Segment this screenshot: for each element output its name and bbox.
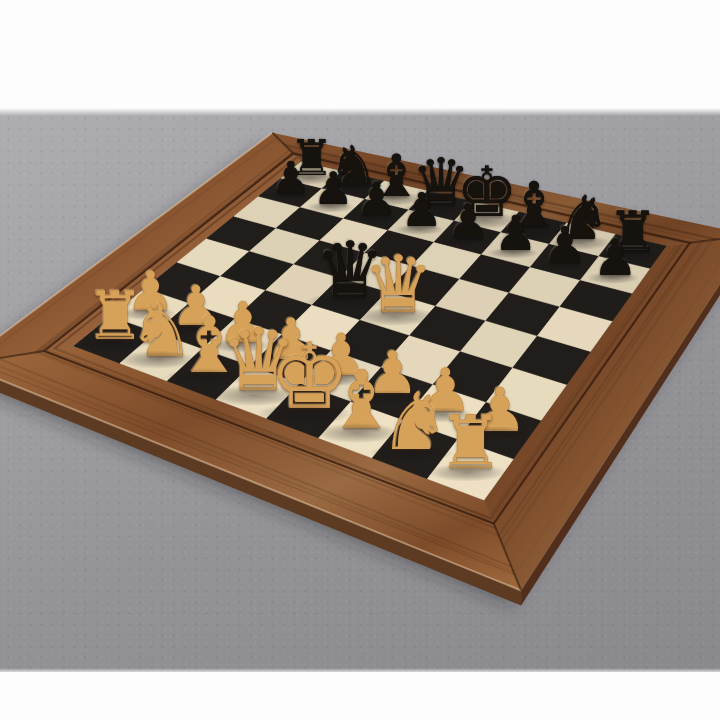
board-scene: ♜♞♟♝♟♛♟♚♟♝♟♞♟♜♟♟♛♟♛♟♜♟♞♟♝♟♛♟♚♟♝♟♞♜ — [0, 0, 720, 720]
chess-board — [0, 0, 720, 720]
product-photo: ♜♞♟♝♟♛♟♚♟♝♟♞♟♜♟♟♛♟♛♟♜♟♞♟♝♟♛♟♚♟♝♟♞♜ — [0, 0, 720, 720]
